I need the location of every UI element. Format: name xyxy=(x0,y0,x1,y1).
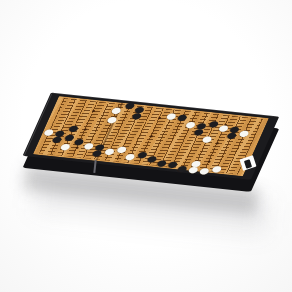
stone-white: ● xyxy=(200,134,215,143)
stone-white: ● xyxy=(210,164,225,173)
stone-white: ● xyxy=(197,166,212,175)
stone-black: ● xyxy=(90,148,105,157)
stone-white: ● xyxy=(123,152,138,161)
stone-white: ● xyxy=(58,142,73,151)
product-photo-go-board: ●●●●●●●●●●●●●●●●●●●●●●●●●●●●●●●●●●●●●● xyxy=(0,0,292,292)
stone-white: ● xyxy=(237,129,252,138)
stone-white: ● xyxy=(105,115,120,124)
stone-black: ● xyxy=(225,130,240,139)
stone-white: ● xyxy=(102,146,117,155)
stone-black: ● xyxy=(130,111,145,120)
